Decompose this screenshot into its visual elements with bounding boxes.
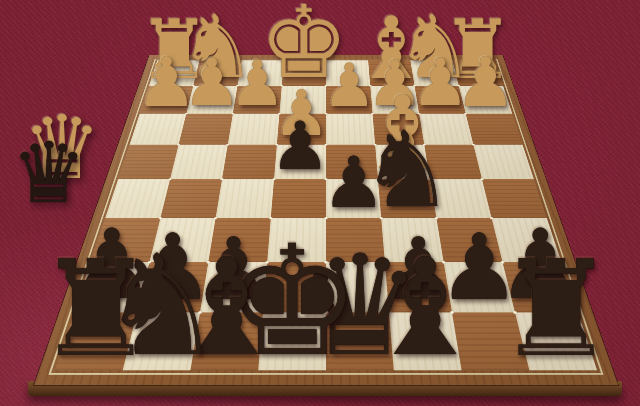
square-e2 bbox=[279, 86, 326, 114]
board-grid bbox=[55, 60, 597, 370]
square-g4 bbox=[170, 145, 228, 180]
chess-photo-scene: ♜♞♝♚♞♜♟♟♟♟♟♟♟♟♝♟♟♞♟♟♟♟♟♟♜♝♛♚♝♞♜ ♛ ♛ bbox=[0, 0, 640, 406]
square-a3 bbox=[466, 114, 523, 145]
square-g5 bbox=[160, 179, 222, 218]
square-d3 bbox=[326, 114, 375, 145]
square-f8 bbox=[190, 312, 263, 370]
square-a1 bbox=[452, 60, 503, 85]
square-f6 bbox=[208, 218, 270, 262]
square-g6 bbox=[149, 218, 215, 262]
square-f4 bbox=[222, 145, 277, 180]
square-d6 bbox=[326, 218, 385, 262]
square-g7 bbox=[137, 262, 208, 312]
square-e3 bbox=[277, 114, 326, 145]
perspective-wrapper bbox=[34, 0, 618, 385]
square-a2 bbox=[459, 86, 512, 114]
square-h3 bbox=[129, 114, 186, 145]
captured-black-queen: ♛ bbox=[11, 131, 86, 215]
square-d7 bbox=[326, 262, 389, 312]
square-b4 bbox=[424, 145, 482, 180]
square-e1 bbox=[282, 60, 326, 85]
square-h5 bbox=[105, 179, 170, 218]
square-a4 bbox=[473, 145, 534, 180]
square-d4 bbox=[326, 145, 378, 180]
square-c5 bbox=[378, 179, 436, 218]
square-h1 bbox=[149, 60, 200, 85]
square-a6 bbox=[492, 218, 562, 262]
square-g2 bbox=[186, 86, 237, 114]
square-d5 bbox=[326, 179, 381, 218]
square-f5 bbox=[216, 179, 274, 218]
square-e6 bbox=[267, 218, 326, 262]
square-b5 bbox=[430, 179, 492, 218]
square-e4 bbox=[274, 145, 326, 180]
square-e8 bbox=[258, 312, 326, 370]
square-g3 bbox=[179, 114, 233, 145]
square-f2 bbox=[233, 86, 282, 114]
square-e7 bbox=[263, 262, 326, 312]
square-g8 bbox=[123, 312, 200, 370]
square-e5 bbox=[271, 179, 326, 218]
square-g1 bbox=[193, 60, 241, 85]
square-f3 bbox=[228, 114, 280, 145]
square-f1 bbox=[237, 60, 283, 85]
square-a8 bbox=[515, 312, 597, 370]
chess-board bbox=[34, 55, 618, 385]
square-c4 bbox=[375, 145, 430, 180]
square-c8 bbox=[389, 312, 462, 370]
square-c2 bbox=[370, 86, 419, 114]
square-d2 bbox=[326, 86, 373, 114]
square-b1 bbox=[410, 60, 458, 85]
square-d1 bbox=[326, 60, 370, 85]
square-a7 bbox=[503, 262, 578, 312]
square-c7 bbox=[385, 262, 452, 312]
square-c1 bbox=[368, 60, 414, 85]
square-c3 bbox=[373, 114, 425, 145]
square-h4 bbox=[118, 145, 179, 180]
square-d8 bbox=[326, 312, 394, 370]
square-h2 bbox=[140, 86, 193, 114]
square-a5 bbox=[482, 179, 547, 218]
square-b2 bbox=[415, 86, 466, 114]
square-f7 bbox=[200, 262, 267, 312]
square-c6 bbox=[381, 218, 443, 262]
square-b3 bbox=[419, 114, 473, 145]
